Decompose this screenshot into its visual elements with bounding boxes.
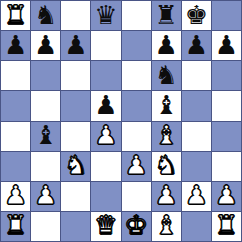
square-f8[interactable]: ♜ — [152, 1, 181, 30]
square-d4[interactable]: ♟ — [91, 122, 120, 151]
piece-black-pawn[interactable]: ♟ — [215, 32, 238, 58]
square-e3[interactable]: ♟ — [122, 152, 151, 181]
square-d2[interactable] — [91, 182, 120, 211]
square-d7[interactable] — [91, 31, 120, 60]
square-h4[interactable] — [212, 122, 241, 151]
square-b5[interactable] — [31, 91, 60, 120]
square-f2[interactable]: ♟ — [152, 182, 181, 211]
piece-white-bishop[interactable]: ♝ — [155, 212, 178, 238]
piece-white-rook[interactable]: ♜ — [4, 212, 27, 238]
square-b8[interactable]: ♞ — [31, 1, 60, 30]
square-f4[interactable]: ♝ — [152, 122, 181, 151]
square-g2[interactable]: ♟ — [182, 182, 211, 211]
piece-black-pawn[interactable]: ♟ — [34, 32, 57, 58]
square-c1[interactable] — [61, 212, 90, 241]
square-e6[interactable] — [122, 61, 151, 90]
piece-white-pawn[interactable]: ♟ — [124, 152, 147, 178]
square-e1[interactable]: ♚ — [122, 212, 151, 241]
piece-white-pawn[interactable]: ♟ — [185, 182, 208, 208]
square-c3[interactable]: ♞ — [61, 152, 90, 181]
square-a5[interactable] — [1, 91, 30, 120]
piece-black-queen[interactable]: ♛ — [94, 2, 117, 28]
square-b4[interactable]: ♝ — [31, 122, 60, 151]
square-h6[interactable] — [212, 61, 241, 90]
piece-black-pawn[interactable]: ♟ — [94, 92, 117, 118]
square-h7[interactable]: ♟ — [212, 31, 241, 60]
square-h5[interactable] — [212, 91, 241, 120]
square-c2[interactable] — [61, 182, 90, 211]
square-g1[interactable] — [182, 212, 211, 241]
square-f6[interactable]: ♞ — [152, 61, 181, 90]
square-a8[interactable]: ♜ — [1, 1, 30, 30]
piece-white-knight[interactable]: ♞ — [64, 152, 87, 178]
square-f7[interactable]: ♟ — [152, 31, 181, 60]
square-e2[interactable] — [122, 182, 151, 211]
square-e7[interactable] — [122, 31, 151, 60]
piece-white-bishop[interactable]: ♝ — [155, 122, 178, 148]
square-a6[interactable] — [1, 61, 30, 90]
piece-white-rook[interactable]: ♜ — [215, 212, 238, 238]
piece-black-king[interactable]: ♚ — [185, 2, 208, 28]
square-h3[interactable] — [212, 152, 241, 181]
square-a2[interactable]: ♟ — [1, 182, 30, 211]
square-b1[interactable] — [31, 212, 60, 241]
square-a7[interactable]: ♟ — [1, 31, 30, 60]
square-d1[interactable]: ♛ — [91, 212, 120, 241]
square-h1[interactable]: ♜ — [212, 212, 241, 241]
piece-white-knight[interactable]: ♞ — [155, 152, 178, 178]
piece-black-pawn[interactable]: ♟ — [4, 32, 27, 58]
square-e4[interactable] — [122, 122, 151, 151]
piece-black-pawn[interactable]: ♟ — [155, 32, 178, 58]
square-b7[interactable]: ♟ — [31, 31, 60, 60]
square-g6[interactable] — [182, 61, 211, 90]
piece-black-knight[interactable]: ♞ — [34, 2, 57, 28]
square-b6[interactable] — [31, 61, 60, 90]
square-b2[interactable]: ♟ — [31, 182, 60, 211]
piece-black-pawn[interactable]: ♟ — [64, 32, 87, 58]
square-c8[interactable] — [61, 1, 90, 30]
square-f3[interactable]: ♞ — [152, 152, 181, 181]
piece-white-rook[interactable]: ♜ — [4, 2, 27, 28]
square-h8[interactable] — [212, 1, 241, 30]
square-d5[interactable]: ♟ — [91, 91, 120, 120]
piece-black-pawn[interactable]: ♟ — [185, 32, 208, 58]
chess-board: ♜♞♛♜♚♟♟♟♟♟♟♞♟♝♝♟♝♞♟♞♟♟♟♟♟♜♛♚♝♜ — [0, 0, 242, 242]
piece-white-pawn[interactable]: ♟ — [94, 122, 117, 148]
piece-black-bishop[interactable]: ♝ — [34, 122, 57, 148]
square-d6[interactable] — [91, 61, 120, 90]
chess-board-area: ♜♞♛♜♚♟♟♟♟♟♟♞♟♝♝♟♝♞♟♞♟♟♟♟♟♜♛♚♝♜ — [0, 0, 242, 242]
piece-white-pawn[interactable]: ♟ — [4, 182, 27, 208]
square-c5[interactable] — [61, 91, 90, 120]
square-a1[interactable]: ♜ — [1, 212, 30, 241]
piece-white-pawn[interactable]: ♟ — [34, 182, 57, 208]
piece-white-pawn[interactable]: ♟ — [215, 182, 238, 208]
piece-white-queen[interactable]: ♛ — [94, 212, 117, 238]
piece-black-knight[interactable]: ♞ — [155, 62, 178, 88]
square-e5[interactable] — [122, 91, 151, 120]
square-a3[interactable] — [1, 152, 30, 181]
piece-white-pawn[interactable]: ♟ — [155, 182, 178, 208]
square-f1[interactable]: ♝ — [152, 212, 181, 241]
square-c6[interactable] — [61, 61, 90, 90]
square-a4[interactable] — [1, 122, 30, 151]
piece-white-king[interactable]: ♚ — [124, 212, 147, 238]
square-g3[interactable] — [182, 152, 211, 181]
square-e8[interactable] — [122, 1, 151, 30]
square-g5[interactable] — [182, 91, 211, 120]
square-f5[interactable]: ♝ — [152, 91, 181, 120]
square-h2[interactable]: ♟ — [212, 182, 241, 211]
square-c4[interactable] — [61, 122, 90, 151]
square-d3[interactable] — [91, 152, 120, 181]
square-g7[interactable]: ♟ — [182, 31, 211, 60]
square-c7[interactable]: ♟ — [61, 31, 90, 60]
piece-black-bishop[interactable]: ♝ — [155, 92, 178, 118]
square-b3[interactable] — [31, 152, 60, 181]
piece-black-rook[interactable]: ♜ — [155, 2, 178, 28]
square-g8[interactable]: ♚ — [182, 1, 211, 30]
square-d8[interactable]: ♛ — [91, 1, 120, 30]
square-g4[interactable] — [182, 122, 211, 151]
